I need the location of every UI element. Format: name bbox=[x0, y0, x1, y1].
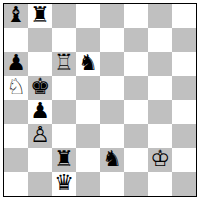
square-h2[interactable] bbox=[172, 148, 196, 172]
piece-black-rook: ♜ bbox=[54, 148, 74, 170]
square-e3[interactable] bbox=[100, 124, 124, 148]
square-e5[interactable] bbox=[100, 76, 124, 100]
square-f7[interactable] bbox=[124, 28, 148, 52]
square-g3[interactable] bbox=[148, 124, 172, 148]
square-c4[interactable] bbox=[52, 100, 76, 124]
piece-white-pawn: ♙ bbox=[30, 124, 50, 146]
square-d7[interactable] bbox=[76, 28, 100, 52]
square-a5[interactable]: ♘ bbox=[4, 76, 28, 100]
square-a7[interactable] bbox=[4, 28, 28, 52]
square-b5[interactable]: ♚ bbox=[28, 76, 52, 100]
square-f2[interactable] bbox=[124, 148, 148, 172]
square-g8[interactable] bbox=[148, 4, 172, 28]
piece-black-king: ♚ bbox=[30, 76, 50, 98]
piece-black-bishop: ♝ bbox=[6, 4, 26, 26]
square-f8[interactable] bbox=[124, 4, 148, 28]
square-e2[interactable]: ♞ bbox=[100, 148, 124, 172]
square-h7[interactable] bbox=[172, 28, 196, 52]
square-c5[interactable] bbox=[52, 76, 76, 100]
square-d5[interactable] bbox=[76, 76, 100, 100]
piece-black-knight: ♞ bbox=[78, 52, 98, 74]
square-f6[interactable] bbox=[124, 52, 148, 76]
square-h5[interactable] bbox=[172, 76, 196, 100]
square-d3[interactable] bbox=[76, 124, 100, 148]
square-d8[interactable] bbox=[76, 4, 100, 28]
square-h4[interactable] bbox=[172, 100, 196, 124]
square-e1[interactable] bbox=[100, 172, 124, 196]
square-a2[interactable] bbox=[4, 148, 28, 172]
square-g4[interactable] bbox=[148, 100, 172, 124]
square-g7[interactable] bbox=[148, 28, 172, 52]
square-c8[interactable] bbox=[52, 4, 76, 28]
square-g5[interactable] bbox=[148, 76, 172, 100]
square-b1[interactable] bbox=[28, 172, 52, 196]
square-d1[interactable] bbox=[76, 172, 100, 196]
square-e6[interactable] bbox=[100, 52, 124, 76]
square-h1[interactable] bbox=[172, 172, 196, 196]
piece-white-rook: ♖ bbox=[54, 52, 74, 74]
piece-black-pawn: ♟ bbox=[6, 52, 26, 74]
square-e7[interactable] bbox=[100, 28, 124, 52]
piece-black-rook: ♜ bbox=[30, 4, 50, 26]
square-g6[interactable] bbox=[148, 52, 172, 76]
square-d6[interactable]: ♞ bbox=[76, 52, 100, 76]
square-e4[interactable] bbox=[100, 100, 124, 124]
chess-board: ♝♜♟♖♞♘♚♟♙♜♞♔♛ bbox=[4, 4, 196, 196]
square-c7[interactable] bbox=[52, 28, 76, 52]
square-c6[interactable]: ♖ bbox=[52, 52, 76, 76]
square-c3[interactable] bbox=[52, 124, 76, 148]
piece-white-knight: ♘ bbox=[6, 76, 26, 98]
square-b4[interactable]: ♟ bbox=[28, 100, 52, 124]
square-g2[interactable]: ♔ bbox=[148, 148, 172, 172]
square-d4[interactable] bbox=[76, 100, 100, 124]
square-b3[interactable]: ♙ bbox=[28, 124, 52, 148]
square-a1[interactable] bbox=[4, 172, 28, 196]
square-b7[interactable] bbox=[28, 28, 52, 52]
board-frame: ♝♜♟♖♞♘♚♟♙♜♞♔♛ bbox=[3, 3, 197, 197]
square-h3[interactable] bbox=[172, 124, 196, 148]
square-f1[interactable] bbox=[124, 172, 148, 196]
square-b6[interactable] bbox=[28, 52, 52, 76]
square-b2[interactable] bbox=[28, 148, 52, 172]
square-h8[interactable] bbox=[172, 4, 196, 28]
square-a3[interactable] bbox=[4, 124, 28, 148]
square-a8[interactable]: ♝ bbox=[4, 4, 28, 28]
square-c1[interactable]: ♛ bbox=[52, 172, 76, 196]
piece-white-king: ♔ bbox=[150, 148, 170, 170]
square-f4[interactable] bbox=[124, 100, 148, 124]
square-f5[interactable] bbox=[124, 76, 148, 100]
piece-black-pawn: ♟ bbox=[30, 100, 50, 122]
square-h6[interactable] bbox=[172, 52, 196, 76]
square-e8[interactable] bbox=[100, 4, 124, 28]
square-a4[interactable] bbox=[4, 100, 28, 124]
square-f3[interactable] bbox=[124, 124, 148, 148]
chess-diagram-page: ♝♜♟♖♞♘♚♟♙♜♞♔♛ bbox=[0, 0, 202, 202]
square-g1[interactable] bbox=[148, 172, 172, 196]
piece-black-knight: ♞ bbox=[102, 148, 122, 170]
square-a6[interactable]: ♟ bbox=[4, 52, 28, 76]
piece-black-queen: ♛ bbox=[54, 172, 74, 194]
square-b8[interactable]: ♜ bbox=[28, 4, 52, 28]
square-c2[interactable]: ♜ bbox=[52, 148, 76, 172]
square-d2[interactable] bbox=[76, 148, 100, 172]
